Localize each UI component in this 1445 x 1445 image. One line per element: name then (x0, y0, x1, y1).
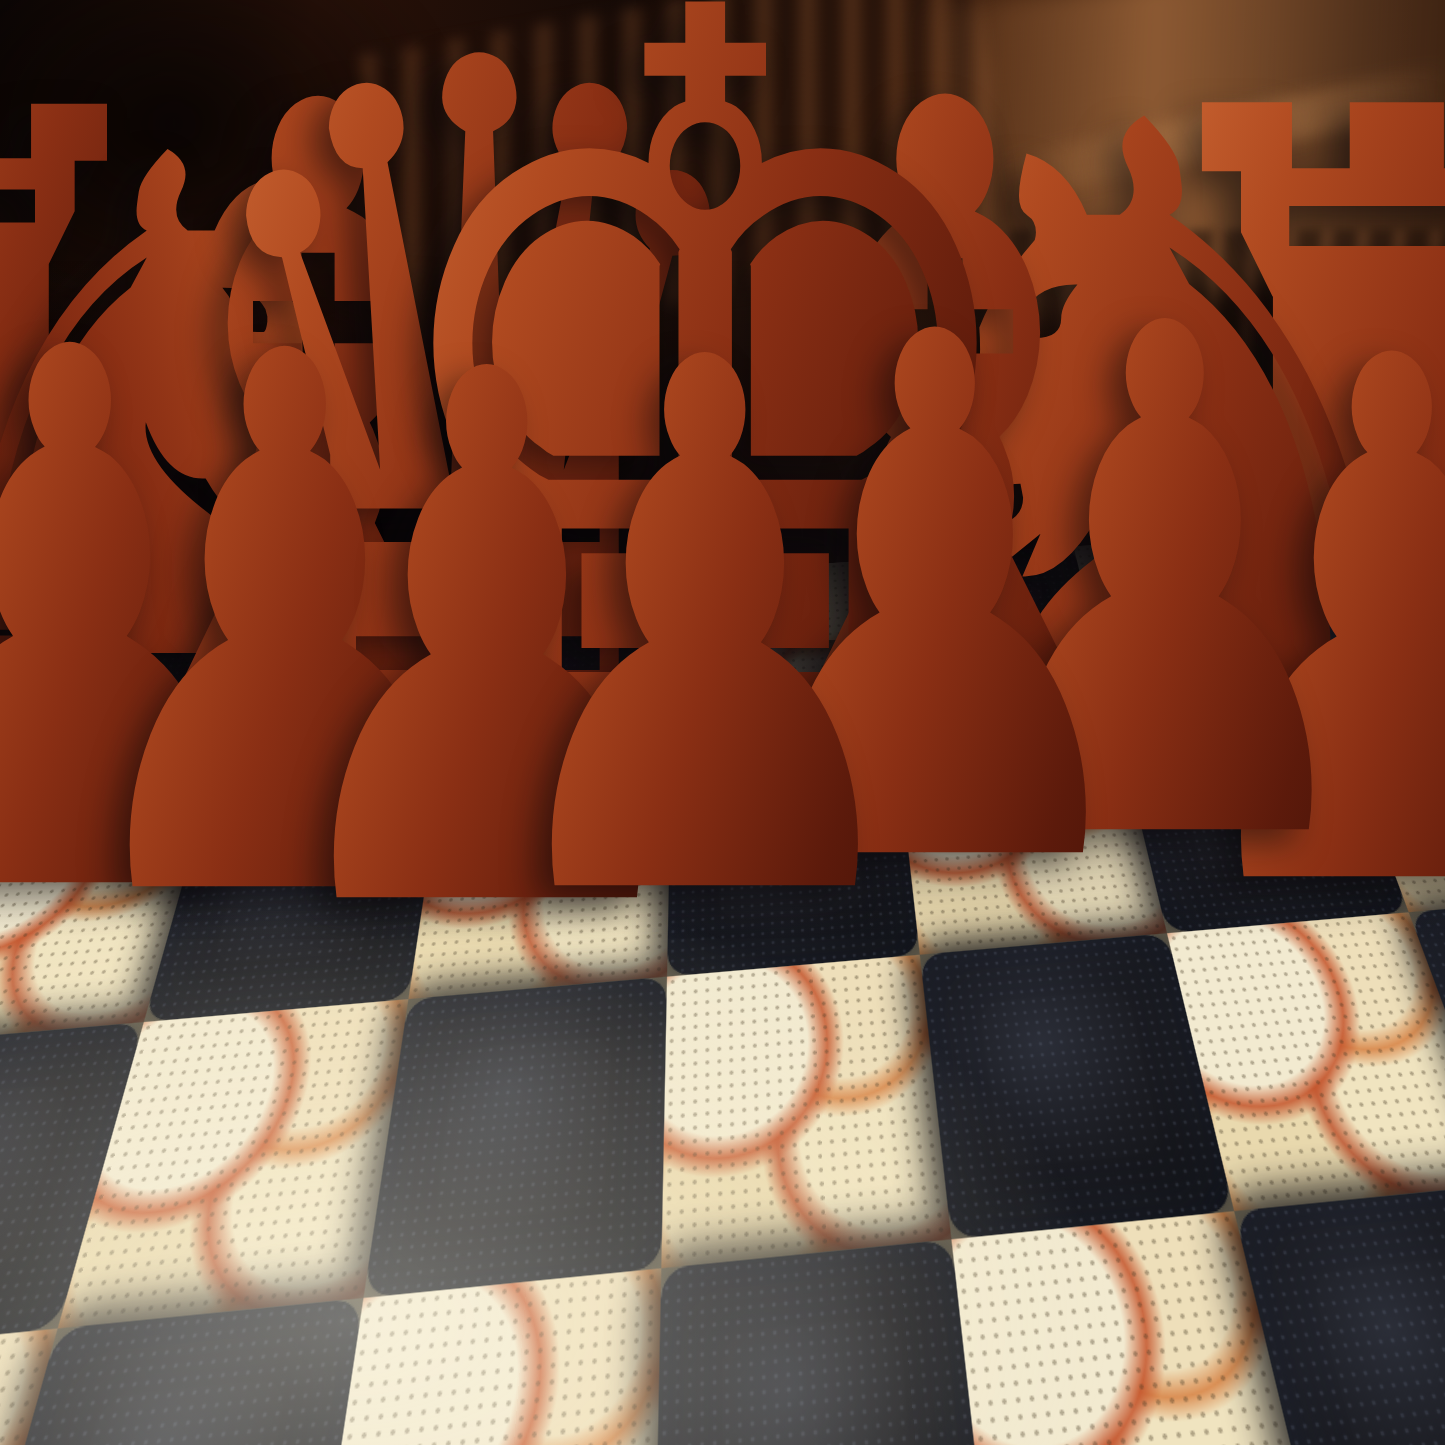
pawn-piece-e7: ♟ (378, 267, 1032, 997)
square-b5 (0, 1298, 363, 1445)
chess-photo-scene: ♜♞♝♛♚♝♞♜♟♟♟♟♟♟♟ (0, 0, 1445, 1445)
pawn-glyph: ♟ (476, 267, 934, 997)
square-d5 (654, 1239, 994, 1445)
